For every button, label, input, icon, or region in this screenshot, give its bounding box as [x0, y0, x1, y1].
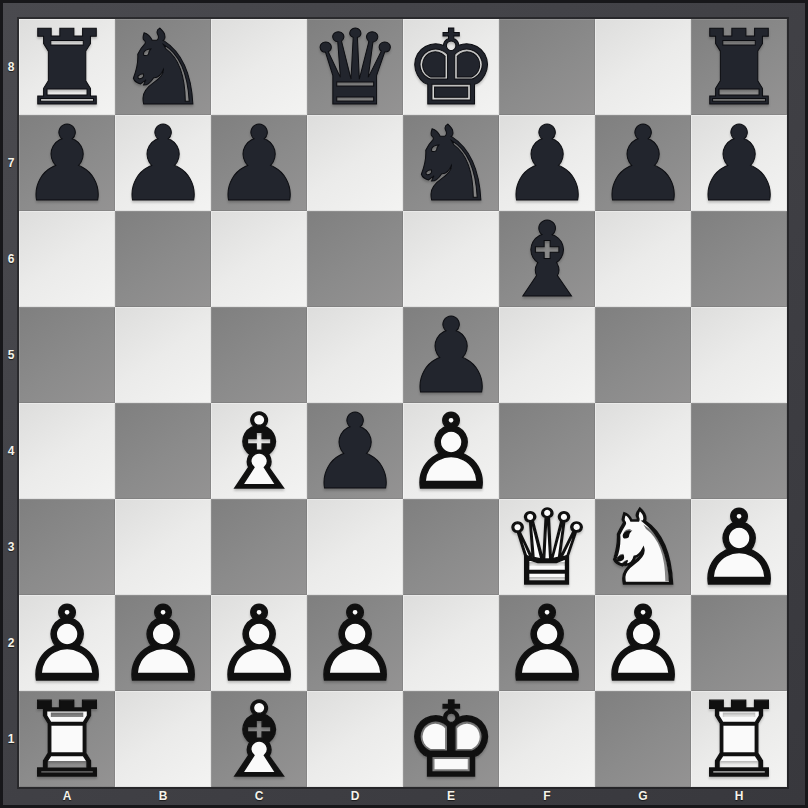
square-g7[interactable]: ♟ — [595, 115, 691, 211]
piece-glyph-outline: ♘ — [595, 499, 691, 595]
piece-glyph-outline: ♕ — [499, 499, 595, 595]
square-f5[interactable] — [499, 307, 595, 403]
square-e6[interactable] — [403, 211, 499, 307]
white-pawn[interactable]: ♟♙ — [307, 595, 403, 691]
white-pawn[interactable]: ♟♙ — [115, 595, 211, 691]
square-a7[interactable]: ♟ — [19, 115, 115, 211]
piece-glyph-outline: ♙ — [211, 595, 307, 691]
square-d8[interactable]: ♛ — [307, 19, 403, 115]
black-pawn[interactable]: ♟ — [211, 115, 307, 211]
square-c2[interactable]: ♟♙ — [211, 595, 307, 691]
piece-glyph-outline: ♖ — [19, 691, 115, 787]
square-e1[interactable]: ♚♔ — [403, 691, 499, 787]
square-h2[interactable] — [691, 595, 787, 691]
white-king[interactable]: ♚♔ — [403, 691, 499, 787]
white-bishop[interactable]: ♝♗ — [211, 403, 307, 499]
piece-glyph-fill: ♟ — [403, 403, 499, 499]
square-b5[interactable] — [115, 307, 211, 403]
black-knight[interactable]: ♞ — [115, 19, 211, 115]
square-e4[interactable]: ♟♙ — [403, 403, 499, 499]
white-pawn[interactable]: ♟♙ — [595, 595, 691, 691]
file-label-g: G — [595, 787, 691, 806]
white-bishop[interactable]: ♝♗ — [211, 691, 307, 787]
piece-glyph-fill: ♟ — [115, 595, 211, 691]
piece-glyph-fill: ♜ — [691, 691, 787, 787]
square-f7[interactable]: ♟ — [499, 115, 595, 211]
piece-glyph-outline: ♙ — [307, 595, 403, 691]
black-pawn[interactable]: ♟ — [499, 115, 595, 211]
square-e8[interactable]: ♚ — [403, 19, 499, 115]
piece-glyph-outline: ♙ — [499, 595, 595, 691]
piece-glyph-fill: ♜ — [691, 19, 787, 115]
square-d7[interactable] — [307, 115, 403, 211]
black-pawn[interactable]: ♟ — [691, 115, 787, 211]
square-f3[interactable]: ♛♕ — [499, 499, 595, 595]
piece-glyph-fill: ♟ — [307, 595, 403, 691]
white-pawn[interactable]: ♟♙ — [211, 595, 307, 691]
square-c4[interactable]: ♝♗ — [211, 403, 307, 499]
square-a4[interactable] — [19, 403, 115, 499]
square-h8[interactable]: ♜ — [691, 19, 787, 115]
piece-glyph-outline: ♙ — [115, 595, 211, 691]
white-pawn[interactable]: ♟♙ — [19, 595, 115, 691]
square-a5[interactable] — [19, 307, 115, 403]
square-a2[interactable]: ♟♙ — [19, 595, 115, 691]
piece-glyph-fill: ♚ — [403, 691, 499, 787]
file-label-c: C — [211, 787, 307, 806]
square-d3[interactable] — [307, 499, 403, 595]
square-d5[interactable] — [307, 307, 403, 403]
file-label-b: B — [115, 787, 211, 806]
piece-glyph-fill: ♟ — [307, 403, 403, 499]
square-d1[interactable] — [307, 691, 403, 787]
black-rook[interactable]: ♜ — [19, 19, 115, 115]
square-f4[interactable] — [499, 403, 595, 499]
square-b2[interactable]: ♟♙ — [115, 595, 211, 691]
white-knight[interactable]: ♞♘ — [595, 499, 691, 595]
piece-glyph-outline: ♗ — [211, 403, 307, 499]
square-c6[interactable] — [211, 211, 307, 307]
piece-glyph-fill: ♟ — [691, 499, 787, 595]
square-a3[interactable] — [19, 499, 115, 595]
file-label-a: A — [19, 787, 115, 806]
file-label-e: E — [403, 787, 499, 806]
white-pawn[interactable]: ♟♙ — [691, 499, 787, 595]
square-e7[interactable]: ♞ — [403, 115, 499, 211]
rank-label-2: 2 — [3, 595, 19, 691]
white-pawn[interactable]: ♟♙ — [499, 595, 595, 691]
square-f8[interactable] — [499, 19, 595, 115]
piece-glyph-fill: ♞ — [595, 499, 691, 595]
piece-glyph-outline: ♙ — [403, 403, 499, 499]
square-d2[interactable]: ♟♙ — [307, 595, 403, 691]
rank-label-7: 7 — [3, 115, 19, 211]
square-e2[interactable] — [403, 595, 499, 691]
piece-glyph-fill: ♟ — [211, 115, 307, 211]
square-h3[interactable]: ♟♙ — [691, 499, 787, 595]
square-b8[interactable]: ♞ — [115, 19, 211, 115]
rank-label-4: 4 — [3, 403, 19, 499]
piece-glyph-fill: ♝ — [211, 691, 307, 787]
black-queen[interactable]: ♛ — [307, 19, 403, 115]
piece-glyph-fill: ♜ — [19, 19, 115, 115]
square-h6[interactable] — [691, 211, 787, 307]
white-rook[interactable]: ♜♖ — [19, 691, 115, 787]
black-pawn[interactable]: ♟ — [19, 115, 115, 211]
piece-glyph-outline: ♙ — [595, 595, 691, 691]
piece-glyph-fill: ♟ — [595, 115, 691, 211]
square-h4[interactable] — [691, 403, 787, 499]
black-knight[interactable]: ♞ — [403, 115, 499, 211]
piece-glyph-fill: ♛ — [499, 499, 595, 595]
piece-glyph-fill: ♟ — [403, 307, 499, 403]
piece-glyph-fill: ♟ — [595, 595, 691, 691]
square-c5[interactable] — [211, 307, 307, 403]
square-a8[interactable]: ♜ — [19, 19, 115, 115]
black-pawn[interactable]: ♟ — [403, 307, 499, 403]
square-d4[interactable]: ♟ — [307, 403, 403, 499]
chess-board-frame: ♜♞♛♚♜♟♟♟♞♟♟♟♝♟♝♗♟♟♙♛♕♞♘♟♙♟♙♟♙♟♙♟♙♟♙♟♙♜♖♝… — [0, 0, 808, 808]
chess-board: ♜♞♛♚♜♟♟♟♞♟♟♟♝♟♝♗♟♟♙♛♕♞♘♟♙♟♙♟♙♟♙♟♙♟♙♟♙♜♖♝… — [19, 19, 787, 787]
piece-glyph-fill: ♟ — [19, 115, 115, 211]
piece-glyph-fill: ♟ — [19, 595, 115, 691]
rank-label-1: 1 — [3, 691, 19, 787]
square-c3[interactable] — [211, 499, 307, 595]
square-b6[interactable] — [115, 211, 211, 307]
black-pawn[interactable]: ♟ — [307, 403, 403, 499]
square-g8[interactable] — [595, 19, 691, 115]
piece-glyph-fill: ♜ — [19, 691, 115, 787]
rank-label-6: 6 — [3, 211, 19, 307]
square-g4[interactable] — [595, 403, 691, 499]
piece-glyph-fill: ♛ — [307, 19, 403, 115]
square-h5[interactable] — [691, 307, 787, 403]
square-g1[interactable] — [595, 691, 691, 787]
piece-glyph-fill: ♟ — [691, 115, 787, 211]
square-h1[interactable]: ♜♖ — [691, 691, 787, 787]
file-label-h: H — [691, 787, 787, 806]
black-king[interactable]: ♚ — [403, 19, 499, 115]
square-g6[interactable] — [595, 211, 691, 307]
black-pawn[interactable]: ♟ — [115, 115, 211, 211]
rank-label-8: 8 — [3, 19, 19, 115]
square-c7[interactable]: ♟ — [211, 115, 307, 211]
piece-glyph-outline: ♔ — [403, 691, 499, 787]
white-rook[interactable]: ♜♖ — [691, 691, 787, 787]
square-c8[interactable] — [211, 19, 307, 115]
rank-label-5: 5 — [3, 307, 19, 403]
black-bishop[interactable]: ♝ — [499, 211, 595, 307]
piece-glyph-fill: ♟ — [499, 115, 595, 211]
square-b7[interactable]: ♟ — [115, 115, 211, 211]
square-b1[interactable] — [115, 691, 211, 787]
square-h7[interactable]: ♟ — [691, 115, 787, 211]
square-c1[interactable]: ♝♗ — [211, 691, 307, 787]
square-g5[interactable] — [595, 307, 691, 403]
square-a1[interactable]: ♜♖ — [19, 691, 115, 787]
square-f1[interactable] — [499, 691, 595, 787]
black-pawn[interactable]: ♟ — [595, 115, 691, 211]
piece-glyph-fill: ♝ — [499, 211, 595, 307]
piece-glyph-fill: ♚ — [403, 19, 499, 115]
piece-glyph-fill: ♟ — [499, 595, 595, 691]
square-a6[interactable] — [19, 211, 115, 307]
piece-glyph-outline: ♙ — [19, 595, 115, 691]
square-g3[interactable]: ♞♘ — [595, 499, 691, 595]
white-pawn[interactable]: ♟♙ — [403, 403, 499, 499]
square-b3[interactable] — [115, 499, 211, 595]
square-f2[interactable]: ♟♙ — [499, 595, 595, 691]
square-b4[interactable] — [115, 403, 211, 499]
piece-glyph-fill: ♟ — [211, 595, 307, 691]
piece-glyph-fill: ♝ — [211, 403, 307, 499]
piece-glyph-fill: ♞ — [115, 19, 211, 115]
square-e5[interactable]: ♟ — [403, 307, 499, 403]
piece-glyph-outline: ♗ — [211, 691, 307, 787]
square-f6[interactable]: ♝ — [499, 211, 595, 307]
white-queen[interactable]: ♛♕ — [499, 499, 595, 595]
piece-glyph-outline: ♖ — [691, 691, 787, 787]
square-e3[interactable] — [403, 499, 499, 595]
square-g2[interactable]: ♟♙ — [595, 595, 691, 691]
file-label-d: D — [307, 787, 403, 806]
piece-glyph-fill: ♞ — [403, 115, 499, 211]
piece-glyph-fill: ♟ — [115, 115, 211, 211]
square-d6[interactable] — [307, 211, 403, 307]
piece-glyph-outline: ♙ — [691, 499, 787, 595]
rank-label-3: 3 — [3, 499, 19, 595]
black-rook[interactable]: ♜ — [691, 19, 787, 115]
file-label-f: F — [499, 787, 595, 806]
